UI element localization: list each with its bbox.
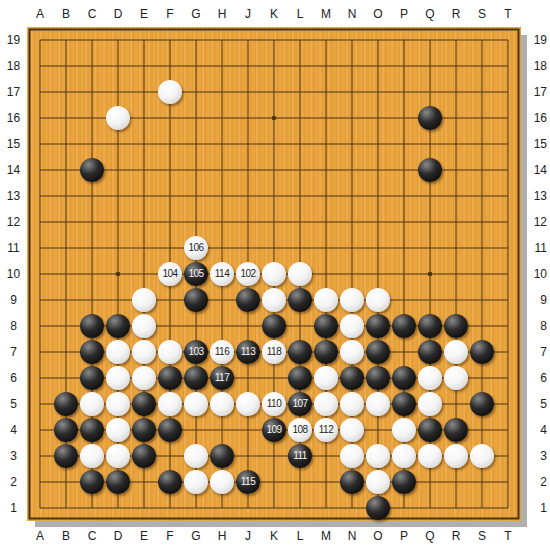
intersection-J6 [235, 365, 261, 391]
intersection-P15 [391, 131, 417, 157]
white-stone-F10: 104 [158, 262, 182, 286]
coord-label: 12 [521, 209, 550, 235]
intersection-F19 [157, 27, 183, 53]
intersection-P4 [391, 417, 417, 443]
intersection-P14 [391, 157, 417, 183]
black-stone-Q14 [418, 158, 442, 182]
white-stone-O9 [366, 288, 390, 312]
intersection-A5 [27, 391, 53, 417]
intersection-J12 [235, 209, 261, 235]
intersection-K7: 118 [261, 339, 287, 365]
intersection-J10: 102 [235, 261, 261, 287]
coord-label: 5 [521, 391, 550, 417]
intersection-P11 [391, 235, 417, 261]
intersection-T16 [495, 105, 521, 131]
intersection-B17 [53, 79, 79, 105]
intersection-R17 [443, 79, 469, 105]
intersection-G6 [183, 365, 209, 391]
intersection-O10 [365, 261, 391, 287]
intersection-H1 [209, 495, 235, 521]
intersection-A3 [27, 443, 53, 469]
coord-label: F [157, 521, 183, 550]
intersection-O2 [365, 469, 391, 495]
coord-label: S [469, 0, 495, 27]
intersection-N8 [339, 313, 365, 339]
intersection-G8 [183, 313, 209, 339]
coord-label: 19 [521, 27, 550, 53]
intersection-T8 [495, 313, 521, 339]
black-stone-K8 [262, 314, 286, 338]
intersection-H13 [209, 183, 235, 209]
coord-label: 10 [521, 261, 550, 287]
coord-label: 16 [521, 105, 550, 131]
intersection-P10 [391, 261, 417, 287]
coord-label: 2 [521, 469, 550, 495]
intersection-P13 [391, 183, 417, 209]
white-stone-M6 [314, 366, 338, 390]
intersection-C6 [79, 365, 105, 391]
intersection-Q13 [417, 183, 443, 209]
intersection-J14 [235, 157, 261, 183]
intersection-E7 [131, 339, 157, 365]
intersection-S18 [469, 53, 495, 79]
coord-label: 8 [0, 313, 27, 339]
intersection-D9 [105, 287, 131, 313]
intersection-P16 [391, 105, 417, 131]
coord-label: 1 [0, 495, 27, 521]
black-stone-O7 [366, 340, 390, 364]
intersection-G9 [183, 287, 209, 313]
intersection-Q5 [417, 391, 443, 417]
intersection-L5: 107 [287, 391, 313, 417]
intersection-C19 [79, 27, 105, 53]
intersection-M7 [313, 339, 339, 365]
black-stone-C4 [80, 418, 104, 442]
intersection-G15 [183, 131, 209, 157]
intersection-L14 [287, 157, 313, 183]
intersection-R2 [443, 469, 469, 495]
intersection-P17 [391, 79, 417, 105]
intersection-K3 [261, 443, 287, 469]
intersection-K1 [261, 495, 287, 521]
coords-right: 19181716151413121110987654321 [521, 27, 550, 521]
intersection-R8 [443, 313, 469, 339]
move-number-label: 110 [267, 399, 281, 409]
white-stone-Q5 [418, 392, 442, 416]
white-stone-N4 [340, 418, 364, 442]
intersection-Q2 [417, 469, 443, 495]
coords-top: ABCDEFGHJKLMNOPQRST [27, 0, 521, 27]
intersection-B2 [53, 469, 79, 495]
intersection-K16 [261, 105, 287, 131]
intersection-G2 [183, 469, 209, 495]
coord-label: H [209, 0, 235, 27]
intersection-T17 [495, 79, 521, 105]
white-stone-M9 [314, 288, 338, 312]
black-stone-G7: 103 [184, 340, 208, 364]
coord-label: K [261, 521, 287, 550]
white-stone-D7 [106, 340, 130, 364]
intersection-H19 [209, 27, 235, 53]
intersection-T13 [495, 183, 521, 209]
white-stone-G5 [184, 392, 208, 416]
intersection-C8 [79, 313, 105, 339]
intersection-M9 [313, 287, 339, 313]
intersection-C15 [79, 131, 105, 157]
intersection-R15 [443, 131, 469, 157]
intersection-F11 [157, 235, 183, 261]
intersection-D13 [105, 183, 131, 209]
coord-label: Q [417, 0, 443, 27]
intersection-R18 [443, 53, 469, 79]
move-number-label: 107 [292, 399, 307, 409]
black-stone-J7: 113 [236, 340, 260, 364]
intersection-E15 [131, 131, 157, 157]
intersection-O5 [365, 391, 391, 417]
intersection-Q11 [417, 235, 443, 261]
intersection-N13 [339, 183, 365, 209]
intersection-D3 [105, 443, 131, 469]
intersection-C5 [79, 391, 105, 417]
intersection-K18 [261, 53, 287, 79]
intersection-G17 [183, 79, 209, 105]
move-number-label: 109 [266, 425, 281, 435]
coord-label: D [105, 521, 131, 550]
intersection-B18 [53, 53, 79, 79]
white-stone-K10 [262, 262, 286, 286]
coord-label: 4 [521, 417, 550, 443]
coord-label: 11 [0, 235, 27, 261]
intersection-B10 [53, 261, 79, 287]
intersection-B11 [53, 235, 79, 261]
intersection-K17 [261, 79, 287, 105]
coord-label: 12 [0, 209, 27, 235]
intersection-R3 [443, 443, 469, 469]
intersection-H15 [209, 131, 235, 157]
intersection-F7 [157, 339, 183, 365]
intersection-T5 [495, 391, 521, 417]
intersection-M15 [313, 131, 339, 157]
intersection-N5 [339, 391, 365, 417]
intersection-K10 [261, 261, 287, 287]
intersection-C9 [79, 287, 105, 313]
intersection-Q10 [417, 261, 443, 287]
intersection-E3 [131, 443, 157, 469]
intersection-H3 [209, 443, 235, 469]
black-stone-L6 [288, 366, 312, 390]
black-stone-S5 [470, 392, 494, 416]
coord-label: 14 [521, 157, 550, 183]
intersection-M6 [313, 365, 339, 391]
white-stone-O5 [366, 392, 390, 416]
white-stone-Q3 [418, 444, 442, 468]
white-stone-D3 [106, 444, 130, 468]
intersection-B13 [53, 183, 79, 209]
intersection-D10 [105, 261, 131, 287]
coord-label: 2 [0, 469, 27, 495]
intersection-T11 [495, 235, 521, 261]
intersection-K5: 110 [261, 391, 287, 417]
intersection-A13 [27, 183, 53, 209]
intersection-E19 [131, 27, 157, 53]
intersection-Q14 [417, 157, 443, 183]
coord-label: S [469, 521, 495, 550]
coord-label: B [53, 0, 79, 27]
move-number-label: 105 [188, 269, 203, 279]
black-stone-Q8 [418, 314, 442, 338]
intersection-J15 [235, 131, 261, 157]
intersection-Q7 [417, 339, 443, 365]
intersection-P8 [391, 313, 417, 339]
intersection-Q18 [417, 53, 443, 79]
intersection-R4 [443, 417, 469, 443]
intersection-M12 [313, 209, 339, 235]
coord-label: 14 [0, 157, 27, 183]
intersection-M17 [313, 79, 339, 105]
intersection-J7: 113 [235, 339, 261, 365]
intersection-F4 [157, 417, 183, 443]
intersection-B1 [53, 495, 79, 521]
intersection-L7 [287, 339, 313, 365]
white-stone-D16 [106, 106, 130, 130]
intersection-E14 [131, 157, 157, 183]
coord-label: 18 [0, 53, 27, 79]
intersection-T6 [495, 365, 521, 391]
intersection-E18 [131, 53, 157, 79]
black-stone-Q4 [418, 418, 442, 442]
intersection-K9 [261, 287, 287, 313]
intersection-C17 [79, 79, 105, 105]
intersection-T7 [495, 339, 521, 365]
intersection-F18 [157, 53, 183, 79]
intersection-C12 [79, 209, 105, 235]
intersection-N9 [339, 287, 365, 313]
black-stone-M8 [314, 314, 338, 338]
intersection-Q4 [417, 417, 443, 443]
black-stone-N6 [340, 366, 364, 390]
intersection-O15 [365, 131, 391, 157]
intersection-F2 [157, 469, 183, 495]
board: 1061041051141021031161131181171101071091… [27, 27, 521, 521]
coord-label: C [79, 0, 105, 27]
intersection-H12 [209, 209, 235, 235]
intersection-D5 [105, 391, 131, 417]
white-stone-J5 [236, 392, 260, 416]
intersection-E4 [131, 417, 157, 443]
intersection-Q19 [417, 27, 443, 53]
intersection-O17 [365, 79, 391, 105]
intersection-F13 [157, 183, 183, 209]
white-stone-O2 [366, 470, 390, 494]
intersection-B4 [53, 417, 79, 443]
intersection-B12 [53, 209, 79, 235]
coord-label: G [183, 0, 209, 27]
intersection-J5 [235, 391, 261, 417]
black-stone-R4 [444, 418, 468, 442]
intersection-M10 [313, 261, 339, 287]
intersection-J8 [235, 313, 261, 339]
black-stone-L3: 111 [288, 444, 312, 468]
intersection-O12 [365, 209, 391, 235]
coord-label: 13 [521, 183, 550, 209]
black-stone-G10: 105 [184, 262, 208, 286]
intersection-P5 [391, 391, 417, 417]
move-number-label: 104 [162, 269, 177, 279]
intersection-O3 [365, 443, 391, 469]
intersection-P18 [391, 53, 417, 79]
intersection-S19 [469, 27, 495, 53]
black-stone-B4 [54, 418, 78, 442]
intersection-Q9 [417, 287, 443, 313]
intersection-P1 [391, 495, 417, 521]
intersection-S2 [469, 469, 495, 495]
black-stone-G9 [184, 288, 208, 312]
intersection-G5 [183, 391, 209, 417]
coord-label: D [105, 0, 131, 27]
intersection-K2 [261, 469, 287, 495]
intersection-D7 [105, 339, 131, 365]
black-stone-N2 [340, 470, 364, 494]
intersection-F9 [157, 287, 183, 313]
intersection-M5 [313, 391, 339, 417]
intersection-O11 [365, 235, 391, 261]
white-stone-H2 [210, 470, 234, 494]
black-stone-C7 [80, 340, 104, 364]
intersection-R1 [443, 495, 469, 521]
coord-label: J [235, 0, 261, 27]
intersection-K8 [261, 313, 287, 339]
coord-label: L [287, 521, 313, 550]
intersection-G11: 106 [183, 235, 209, 261]
intersection-N7 [339, 339, 365, 365]
intersection-C13 [79, 183, 105, 209]
coord-label: F [157, 0, 183, 27]
coord-label: 4 [0, 417, 27, 443]
intersection-J17 [235, 79, 261, 105]
intersection-T15 [495, 131, 521, 157]
intersection-T10 [495, 261, 521, 287]
intersection-J2: 115 [235, 469, 261, 495]
intersection-F12 [157, 209, 183, 235]
intersection-F3 [157, 443, 183, 469]
board-grid: 1061041051141021031161131181171101071091… [27, 27, 521, 521]
move-number-label: 103 [188, 347, 203, 357]
intersection-G10: 105 [183, 261, 209, 287]
white-stone-F17 [158, 80, 182, 104]
intersection-S17 [469, 79, 495, 105]
intersection-K11 [261, 235, 287, 261]
intersection-A8 [27, 313, 53, 339]
black-stone-C2 [80, 470, 104, 494]
coord-label: L [287, 0, 313, 27]
intersection-R11 [443, 235, 469, 261]
move-number-label: 118 [267, 347, 281, 357]
move-number-label: 114 [215, 269, 229, 279]
intersection-L19 [287, 27, 313, 53]
black-stone-E3 [132, 444, 156, 468]
white-stone-K7: 118 [262, 340, 286, 364]
white-stone-E9 [132, 288, 156, 312]
intersection-D17 [105, 79, 131, 105]
black-stone-L7 [288, 340, 312, 364]
white-stone-N5 [340, 392, 364, 416]
move-number-label: 106 [188, 243, 203, 253]
intersection-L9 [287, 287, 313, 313]
intersection-N14 [339, 157, 365, 183]
intersection-R13 [443, 183, 469, 209]
intersection-O6 [365, 365, 391, 391]
intersection-D11 [105, 235, 131, 261]
white-stone-S3 [470, 444, 494, 468]
white-stone-M4: 112 [314, 418, 338, 442]
intersection-N17 [339, 79, 365, 105]
coord-label: 6 [521, 365, 550, 391]
black-stone-C14 [80, 158, 104, 182]
white-stone-R3 [444, 444, 468, 468]
black-stone-F2 [158, 470, 182, 494]
go-board-diagram: ABCDEFGHJKLMNOPQRST ABCDEFGHJKLMNOPQRST … [0, 0, 550, 550]
black-stone-S7 [470, 340, 494, 364]
intersection-B6 [53, 365, 79, 391]
black-stone-D2 [106, 470, 130, 494]
white-stone-K9 [262, 288, 286, 312]
intersection-L11 [287, 235, 313, 261]
black-stone-B3 [54, 444, 78, 468]
intersection-T2 [495, 469, 521, 495]
white-stone-O3 [366, 444, 390, 468]
intersection-C4 [79, 417, 105, 443]
intersection-E2 [131, 469, 157, 495]
intersection-B7 [53, 339, 79, 365]
coord-label: 3 [521, 443, 550, 469]
intersection-M19 [313, 27, 339, 53]
intersection-A12 [27, 209, 53, 235]
intersection-N2 [339, 469, 365, 495]
intersection-A16 [27, 105, 53, 131]
coord-label: T [495, 521, 521, 550]
intersection-J1 [235, 495, 261, 521]
intersection-J16 [235, 105, 261, 131]
coord-label: 7 [521, 339, 550, 365]
intersection-Q8 [417, 313, 443, 339]
coord-label: R [443, 0, 469, 27]
intersection-E12 [131, 209, 157, 235]
intersection-T9 [495, 287, 521, 313]
intersection-H7: 116 [209, 339, 235, 365]
intersection-H6: 117 [209, 365, 235, 391]
intersection-D18 [105, 53, 131, 79]
intersection-J4 [235, 417, 261, 443]
intersection-J11 [235, 235, 261, 261]
intersection-A7 [27, 339, 53, 365]
intersection-H17 [209, 79, 235, 105]
black-stone-F4 [158, 418, 182, 442]
coord-label: 9 [0, 287, 27, 313]
intersection-K14 [261, 157, 287, 183]
black-stone-O1 [366, 496, 390, 520]
move-number-label: 112 [319, 425, 333, 435]
white-stone-D5 [106, 392, 130, 416]
coord-label: P [391, 0, 417, 27]
intersection-L16 [287, 105, 313, 131]
intersection-D2 [105, 469, 131, 495]
intersection-D12 [105, 209, 131, 235]
white-stone-F5 [158, 392, 182, 416]
black-stone-M7 [314, 340, 338, 364]
intersection-H8 [209, 313, 235, 339]
intersection-R19 [443, 27, 469, 53]
intersection-M14 [313, 157, 339, 183]
